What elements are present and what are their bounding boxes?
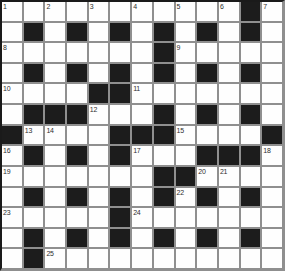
- cell-r13c7[interactable]: [132, 249, 152, 268]
- cell-r1c11[interactable]: 6: [219, 2, 239, 21]
- clue-number-1: 1: [3, 2, 7, 11]
- cell-r11c11[interactable]: [219, 208, 239, 227]
- cell-r3c3[interactable]: [45, 43, 65, 62]
- block-cell-r12c2: [24, 229, 44, 248]
- block-cell-r7c13: [262, 126, 282, 145]
- cell-r5c1[interactable]: 10: [2, 84, 22, 103]
- cell-r13c3[interactable]: 25: [45, 249, 65, 268]
- cell-r2c9[interactable]: [176, 23, 196, 42]
- block-cell-r8c4: [67, 146, 87, 165]
- clue-number-18: 18: [263, 146, 270, 155]
- cell-r2c3[interactable]: [45, 23, 65, 42]
- cell-r4c1[interactable]: [2, 64, 22, 83]
- cell-r13c6[interactable]: [110, 249, 130, 268]
- block-cell-r12c10: [197, 229, 217, 248]
- cell-r1c5[interactable]: 3: [89, 2, 109, 21]
- cell-r13c1[interactable]: [2, 249, 22, 268]
- block-cell-r10c6: [110, 188, 130, 207]
- cell-r3c10[interactable]: [197, 43, 217, 62]
- clue-number-21: 21: [220, 167, 227, 176]
- cell-r11c12[interactable]: [241, 208, 261, 227]
- cell-r10c13[interactable]: [262, 188, 282, 207]
- cell-r1c13[interactable]: 7: [262, 2, 282, 21]
- block-cell-r6c4: [67, 105, 87, 124]
- cell-r6c11[interactable]: [219, 105, 239, 124]
- cell-r7c10[interactable]: [197, 126, 217, 145]
- cell-r4c3[interactable]: [45, 64, 65, 83]
- block-cell-r7c6: [110, 126, 130, 145]
- block-cell-r10c12: [241, 188, 261, 207]
- cell-r7c9[interactable]: 15: [176, 126, 196, 145]
- cell-r12c13[interactable]: [262, 229, 282, 248]
- crossword-page: 1234567891011121314151617181920212223242…: [0, 0, 285, 271]
- cell-r11c1[interactable]: 23: [2, 208, 22, 227]
- cell-r6c7[interactable]: [132, 105, 152, 124]
- clue-number-5: 5: [177, 2, 181, 11]
- cell-r11c5[interactable]: [89, 208, 109, 227]
- cell-r3c5[interactable]: [89, 43, 109, 62]
- cell-r3c7[interactable]: [132, 43, 152, 62]
- block-cell-r4c8: [154, 64, 174, 83]
- cell-r3c6[interactable]: [110, 43, 130, 62]
- block-cell-r4c12: [241, 64, 261, 83]
- block-cell-r8c12: [241, 146, 261, 165]
- cell-r8c13[interactable]: 18: [262, 146, 282, 165]
- block-cell-r12c12: [241, 229, 261, 248]
- cell-r7c5[interactable]: [89, 126, 109, 145]
- clue-number-24: 24: [133, 208, 140, 217]
- block-cell-r8c10: [197, 146, 217, 165]
- cell-r9c13[interactable]: [262, 167, 282, 186]
- clue-number-14: 14: [46, 126, 53, 135]
- cell-r2c13[interactable]: [262, 23, 282, 42]
- cell-r11c2[interactable]: [24, 208, 44, 227]
- cell-r13c5[interactable]: [89, 249, 109, 268]
- clue-number-20: 20: [198, 167, 205, 176]
- cell-r12c7[interactable]: [132, 229, 152, 248]
- cell-r9c3[interactable]: [45, 167, 65, 186]
- block-cell-r10c8: [154, 188, 174, 207]
- cell-r12c3[interactable]: [45, 229, 65, 248]
- cell-r12c1[interactable]: [2, 229, 22, 248]
- clue-number-13: 13: [25, 126, 32, 135]
- block-cell-r9c8: [154, 167, 174, 186]
- cell-r12c5[interactable]: [89, 229, 109, 248]
- block-cell-r7c1: [2, 126, 22, 145]
- cell-r2c1[interactable]: [2, 23, 22, 42]
- clue-number-11: 11: [133, 84, 140, 93]
- clue-number-23: 23: [3, 208, 10, 217]
- clue-number-3: 3: [90, 2, 94, 11]
- clue-number-8: 8: [3, 43, 7, 52]
- cell-r1c10[interactable]: [197, 2, 217, 21]
- cell-r7c2[interactable]: 13: [24, 126, 44, 145]
- block-cell-r12c8: [154, 229, 174, 248]
- block-cell-r7c7: [132, 126, 152, 145]
- block-cell-r4c2: [24, 64, 44, 83]
- cell-r10c3[interactable]: [45, 188, 65, 207]
- block-cell-r7c8: [154, 126, 174, 145]
- block-cell-r12c6: [110, 229, 130, 248]
- cell-r6c1[interactable]: [2, 105, 22, 124]
- cell-r11c3[interactable]: [45, 208, 65, 227]
- cell-r13c10[interactable]: [197, 249, 217, 268]
- clue-number-10: 10: [3, 84, 10, 93]
- cell-r5c9[interactable]: [176, 84, 196, 103]
- cell-r3c1[interactable]: 8: [2, 43, 22, 62]
- cell-r9c4[interactable]: [67, 167, 87, 186]
- cell-r6c6[interactable]: [110, 105, 130, 124]
- cell-r7c12[interactable]: [241, 126, 261, 145]
- cell-r4c13[interactable]: [262, 64, 282, 83]
- cell-r1c6[interactable]: [110, 2, 130, 21]
- cell-r9c10[interactable]: 20: [197, 167, 217, 186]
- cell-r4c5[interactable]: [89, 64, 109, 83]
- cell-r7c11[interactable]: [219, 126, 239, 145]
- block-cell-r8c11: [219, 146, 239, 165]
- cell-r1c4[interactable]: [67, 2, 87, 21]
- cell-r5c3[interactable]: [45, 84, 65, 103]
- cell-r5c13[interactable]: [262, 84, 282, 103]
- cell-r9c12[interactable]: [241, 167, 261, 186]
- cell-r3c13[interactable]: [262, 43, 282, 62]
- cell-r5c7[interactable]: 11: [132, 84, 152, 103]
- block-cell-r4c4: [67, 64, 87, 83]
- clue-number-25: 25: [46, 249, 53, 258]
- cell-r12c9[interactable]: [176, 229, 196, 248]
- clue-number-16: 16: [3, 146, 10, 155]
- cell-r2c7[interactable]: [132, 23, 152, 42]
- clue-number-9: 9: [177, 43, 181, 52]
- block-cell-r2c4: [67, 23, 87, 42]
- block-cell-r2c6: [110, 23, 130, 42]
- cell-r12c11[interactable]: [219, 229, 239, 248]
- block-cell-r12c4: [67, 229, 87, 248]
- cell-r8c8[interactable]: [154, 146, 174, 165]
- block-cell-r6c10: [197, 105, 217, 124]
- cell-r4c9[interactable]: [176, 64, 196, 83]
- block-cell-r2c8: [154, 23, 174, 42]
- cell-r9c7[interactable]: [132, 167, 152, 186]
- cell-r13c13[interactable]: [262, 249, 282, 268]
- cell-r8c9[interactable]: [176, 146, 196, 165]
- cell-r1c1[interactable]: 1: [2, 2, 22, 21]
- clue-number-2: 2: [46, 2, 50, 11]
- cell-r5c10[interactable]: [197, 84, 217, 103]
- block-cell-r2c10: [197, 23, 217, 42]
- cell-r5c8[interactable]: [154, 84, 174, 103]
- cell-r5c11[interactable]: [219, 84, 239, 103]
- block-cell-r6c2: [24, 105, 44, 124]
- clue-number-12: 12: [90, 105, 97, 114]
- cell-r13c4[interactable]: [67, 249, 87, 268]
- cell-r13c8[interactable]: [154, 249, 174, 268]
- cell-r11c13[interactable]: [262, 208, 282, 227]
- block-cell-r11c6: [110, 208, 130, 227]
- cell-r5c12[interactable]: [241, 84, 261, 103]
- cell-r9c11[interactable]: 21: [219, 167, 239, 186]
- clue-number-17: 17: [133, 146, 140, 155]
- crossword-grid: 1234567891011121314151617181920212223242…: [0, 0, 285, 271]
- cell-r5c4[interactable]: [67, 84, 87, 103]
- clue-number-15: 15: [177, 126, 184, 135]
- cell-r7c4[interactable]: [67, 126, 87, 145]
- block-cell-r2c2: [24, 23, 44, 42]
- block-cell-r6c12: [241, 105, 261, 124]
- cell-r5c2[interactable]: [24, 84, 44, 103]
- block-cell-r5c6: [110, 84, 130, 103]
- block-cell-r8c2: [24, 146, 44, 165]
- cell-r8c1[interactable]: 16: [2, 146, 22, 165]
- cell-r4c7[interactable]: [132, 64, 152, 83]
- cell-r3c2[interactable]: [24, 43, 44, 62]
- block-cell-r9c9: [176, 167, 196, 186]
- block-cell-r10c10: [197, 188, 217, 207]
- cell-r9c1[interactable]: 19: [2, 167, 22, 186]
- cell-r6c5[interactable]: 12: [89, 105, 109, 124]
- cell-r3c9[interactable]: 9: [176, 43, 196, 62]
- block-cell-r4c10: [197, 64, 217, 83]
- cell-r10c1[interactable]: [2, 188, 22, 207]
- block-cell-r8c6: [110, 146, 130, 165]
- clue-number-19: 19: [3, 167, 10, 176]
- block-cell-r1c12: [241, 2, 261, 21]
- cell-r11c7[interactable]: 24: [132, 208, 152, 227]
- cell-r10c9[interactable]: 22: [176, 188, 196, 207]
- cell-r8c7[interactable]: 17: [132, 146, 152, 165]
- cell-r11c9[interactable]: [176, 208, 196, 227]
- block-cell-r13c2: [24, 249, 44, 268]
- cell-r6c13[interactable]: [262, 105, 282, 124]
- clue-number-6: 6: [220, 2, 224, 11]
- block-cell-r10c4: [67, 188, 87, 207]
- block-cell-r6c8: [154, 105, 174, 124]
- cell-r1c2[interactable]: [24, 2, 44, 21]
- cell-r9c2[interactable]: [24, 167, 44, 186]
- cell-r1c9[interactable]: 5: [176, 2, 196, 21]
- cell-r11c8[interactable]: [154, 208, 174, 227]
- cell-r3c11[interactable]: [219, 43, 239, 62]
- cell-r1c3[interactable]: 2: [45, 2, 65, 21]
- cell-r2c5[interactable]: [89, 23, 109, 42]
- cell-r13c9[interactable]: [176, 249, 196, 268]
- cell-r3c4[interactable]: [67, 43, 87, 62]
- cell-r1c8[interactable]: [154, 2, 174, 21]
- cell-r8c3[interactable]: [45, 146, 65, 165]
- cell-r11c10[interactable]: [197, 208, 217, 227]
- cell-r1c7[interactable]: 4: [132, 2, 152, 21]
- block-cell-r10c2: [24, 188, 44, 207]
- cell-r10c11[interactable]: [219, 188, 239, 207]
- cell-r11c4[interactable]: [67, 208, 87, 227]
- cell-r13c12[interactable]: [241, 249, 261, 268]
- cell-r13c11[interactable]: [219, 249, 239, 268]
- clue-number-7: 7: [263, 2, 267, 11]
- clue-number-4: 4: [133, 2, 137, 11]
- cell-r7c3[interactable]: 14: [45, 126, 65, 145]
- cell-r9c6[interactable]: [110, 167, 130, 186]
- block-cell-r4c6: [110, 64, 130, 83]
- cell-r3c12[interactable]: [241, 43, 261, 62]
- cell-r2c11[interactable]: [219, 23, 239, 42]
- clue-number-22: 22: [177, 188, 184, 197]
- cell-r6c9[interactable]: [176, 105, 196, 124]
- block-cell-r3c8: [154, 43, 174, 62]
- block-cell-r2c12: [241, 23, 261, 42]
- cell-r10c5[interactable]: [89, 188, 109, 207]
- block-cell-r5c5: [89, 84, 109, 103]
- cell-r10c7[interactable]: [132, 188, 152, 207]
- cell-r8c5[interactable]: [89, 146, 109, 165]
- block-cell-r6c3: [45, 105, 65, 124]
- cell-r4c11[interactable]: [219, 64, 239, 83]
- cell-r9c5[interactable]: [89, 167, 109, 186]
